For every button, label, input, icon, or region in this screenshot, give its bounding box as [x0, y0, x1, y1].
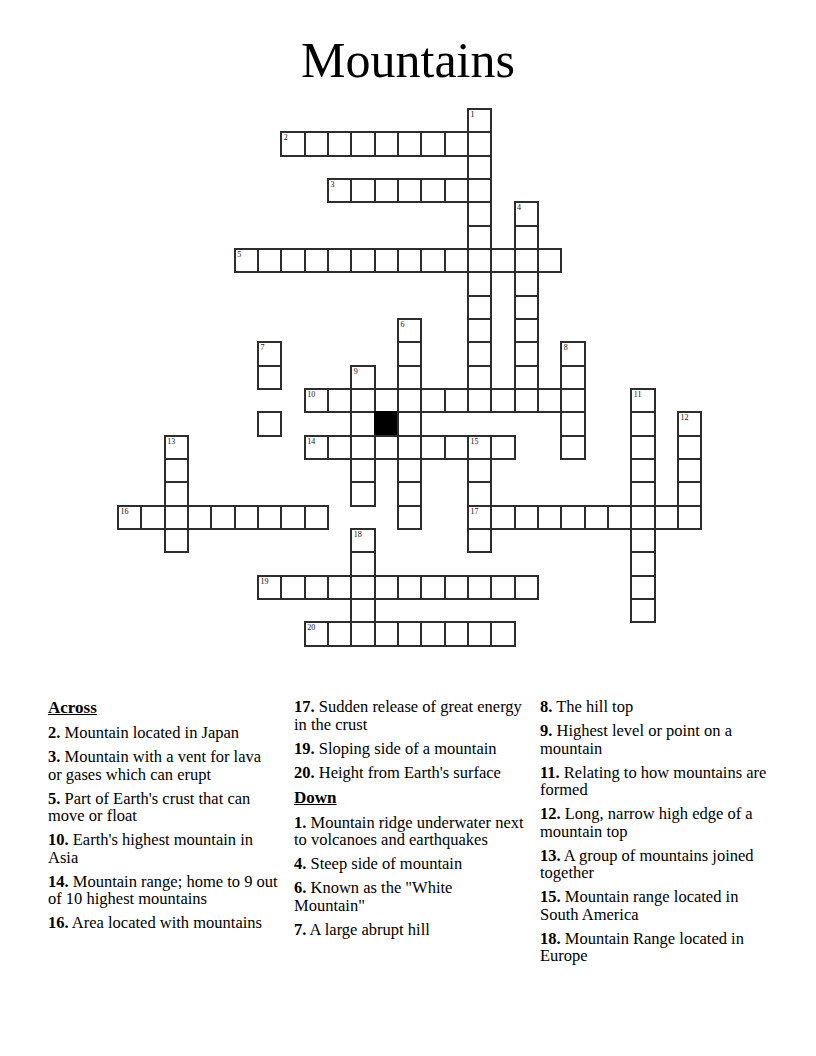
cell-number-16: 16: [121, 507, 129, 516]
grid-cell-r15c10[interactable]: [350, 458, 375, 483]
grid-cell-r7c15[interactable]: [467, 271, 492, 296]
grid-cell-r12c19[interactable]: [560, 388, 585, 413]
grid-cell-r4c15[interactable]: [467, 201, 492, 226]
grid-cell-r3c9[interactable]: 3: [327, 178, 352, 203]
cell-number-5: 5: [237, 250, 241, 259]
clue-down-11: 11. Relating to how mountains are formed: [540, 764, 770, 799]
grid-cell-r12c16[interactable]: [490, 388, 515, 413]
cell-number-9: 9: [354, 367, 358, 376]
grid-cell-r3c15[interactable]: [467, 178, 492, 203]
grid-cell-r17c16[interactable]: [490, 505, 515, 530]
grid-cell-r2c15[interactable]: [467, 155, 492, 180]
grid-cell-r13c19[interactable]: [560, 411, 585, 436]
cell-number-2: 2: [284, 133, 288, 142]
clue-down-9: 9. Highest level or point on a mountain: [540, 722, 770, 757]
grid-cell-r16c12[interactable]: [397, 481, 422, 506]
grid-cell-r22c14[interactable]: [444, 621, 469, 646]
grid-cell-r17c2[interactable]: [164, 505, 189, 530]
cell-number-10: 10: [307, 390, 315, 399]
grid-cell-r17c17[interactable]: [514, 505, 539, 530]
grid-cell-r12c15[interactable]: [467, 388, 492, 413]
grid-cell-r5c17[interactable]: [514, 225, 539, 250]
grid-cell-r20c13[interactable]: [420, 575, 445, 600]
grid-cell-r11c12[interactable]: [397, 365, 422, 390]
grid-cell-r12c9[interactable]: [327, 388, 352, 413]
clues-section: Across2. Mountain located in Japan3. Mou…: [48, 698, 770, 971]
clue-across-17: 17. Sudden release of great energy in th…: [294, 698, 524, 733]
grid-cell-r1c13[interactable]: [420, 131, 445, 156]
grid-cell-r22c11[interactable]: [374, 621, 399, 646]
clue-across-10: 10. Earth's highest mountain in Asia: [48, 831, 278, 866]
cell-number-13: 13: [167, 437, 175, 446]
grid-cell-r17c0[interactable]: 16: [117, 505, 142, 530]
grid-cell-r10c12[interactable]: [397, 341, 422, 366]
clue-down-6: 6. Known as the "White Mountain": [294, 879, 524, 914]
grid-cell-r22c16[interactable]: [490, 621, 515, 646]
grid-cell-r18c10[interactable]: 18: [350, 528, 375, 553]
grid-cell-r14c11[interactable]: [374, 435, 399, 460]
grid-cell-r8c17[interactable]: [514, 295, 539, 320]
grid-cell-r1c15[interactable]: [467, 131, 492, 156]
grid-cell-r13c10[interactable]: [350, 411, 375, 436]
grid-cell-r16c10[interactable]: [350, 481, 375, 506]
grid-cell-r9c15[interactable]: [467, 318, 492, 343]
clue-across-20: 20. Height from Earth's surface: [294, 764, 524, 782]
grid-cell-r17c3[interactable]: [187, 505, 212, 530]
clue-across-19: 19. Sloping side of a mountain: [294, 740, 524, 758]
grid-cell-r12c12[interactable]: [397, 388, 422, 413]
grid-cell-r15c24[interactable]: [677, 458, 702, 483]
grid-cell-r17c22[interactable]: [630, 505, 655, 530]
grid-cell-r6c17[interactable]: [514, 248, 539, 273]
grid-cell-r6c5[interactable]: 5: [234, 248, 259, 273]
grid-cell-r12c22[interactable]: 11: [630, 388, 655, 413]
grid-cell-r11c15[interactable]: [467, 365, 492, 390]
grid-cell-r12c17[interactable]: [514, 388, 539, 413]
grid-cell-r15c22[interactable]: [630, 458, 655, 483]
grid-cell-r14c14[interactable]: [444, 435, 469, 460]
cell-number-6: 6: [400, 320, 404, 329]
grid-cell-r14c15[interactable]: 15: [467, 435, 492, 460]
grid-cell-r16c2[interactable]: [164, 481, 189, 506]
grid-cell-r17c15[interactable]: 17: [467, 505, 492, 530]
cell-number-20: 20: [307, 623, 315, 632]
clue-column: 17. Sudden release of great energy in th…: [294, 698, 524, 971]
grid-cell-r20c15[interactable]: [467, 575, 492, 600]
grid-cell-r13c24[interactable]: 12: [677, 411, 702, 436]
grid-cell-r21c22[interactable]: [630, 598, 655, 623]
grid-cell-r20c22[interactable]: [630, 575, 655, 600]
clue-across-2: 2. Mountain located in Japan: [48, 724, 278, 742]
grid-cell-r20c6[interactable]: 19: [257, 575, 282, 600]
grid-cell-r6c10[interactable]: [350, 248, 375, 273]
grid-cell-r1c10[interactable]: [350, 131, 375, 156]
grid-cell-r22c15[interactable]: [467, 621, 492, 646]
clue-across-5: 5. Part of Earth's crust that can move o…: [48, 790, 278, 825]
cell-number-12: 12: [680, 413, 688, 422]
clue-across-14: 14. Mountain range; home to 9 out of 10 …: [48, 873, 278, 908]
grid-cell-r7c17[interactable]: [514, 271, 539, 296]
clue-down-8: 8. The hill top: [540, 698, 770, 716]
crossword-grid: 1234567891011121314151617181920: [117, 108, 702, 647]
clue-down-13: 13. A group of mountains joined together: [540, 847, 770, 882]
page: Mountains 123456789101112131415161718192…: [0, 0, 816, 1056]
grid-cell-r19c10[interactable]: [350, 551, 375, 576]
grid-cell-r22c13[interactable]: [420, 621, 445, 646]
grid-cell-r1c8[interactable]: [304, 131, 329, 156]
grid-cell-r11c10[interactable]: 9: [350, 365, 375, 390]
cell-number-18: 18: [354, 530, 362, 539]
grid-cell-r10c15[interactable]: [467, 341, 492, 366]
cell-number-14: 14: [307, 437, 315, 446]
puzzle-title: Mountains: [0, 33, 816, 87]
down-header: Down: [294, 788, 524, 807]
cell-number-17: 17: [470, 507, 478, 516]
grid-cell-r14c8[interactable]: 14: [304, 435, 329, 460]
grid-cell-r15c2[interactable]: [164, 458, 189, 483]
grid-cell-r17c5[interactable]: [234, 505, 259, 530]
grid-cell-r1c7[interactable]: 2: [280, 131, 305, 156]
grid-cell-r0c15[interactable]: 1: [467, 108, 492, 133]
grid-cell-r1c12[interactable]: [397, 131, 422, 156]
grid-cell-r5c15[interactable]: [467, 225, 492, 250]
grid-cell-r21c10[interactable]: [350, 598, 375, 623]
clue-across-16: 16. Area located with mountains: [48, 914, 278, 932]
grid-cell-r12c18[interactable]: [537, 388, 562, 413]
grid-cell-r14c19[interactable]: [560, 435, 585, 460]
grid-cell-r6c6[interactable]: [257, 248, 282, 273]
grid-cell-r3c10[interactable]: [350, 178, 375, 203]
grid-cell-r18c15[interactable]: [467, 528, 492, 553]
cell-number-8: 8: [564, 343, 568, 352]
grid-cell-r14c22[interactable]: [630, 435, 655, 460]
grid-cell-r20c14[interactable]: [444, 575, 469, 600]
grid-cell-r14c24[interactable]: [677, 435, 702, 460]
grid-cell-r14c16[interactable]: [490, 435, 515, 460]
clue-column: 8. The hill top9. Highest level or point…: [540, 698, 770, 971]
across-header: Across: [48, 698, 278, 717]
clue-down-18: 18. Mountain Range located in Europe: [540, 930, 770, 965]
grid-cell-r17c4[interactable]: [210, 505, 235, 530]
grid-cell-r20c10[interactable]: [350, 575, 375, 600]
grid-cell-r11c6[interactable]: [257, 365, 282, 390]
grid-cell-r20c17[interactable]: [514, 575, 539, 600]
grid-cell-r10c19[interactable]: 8: [560, 341, 585, 366]
cell-number-7: 7: [260, 343, 264, 352]
grid-cell-r6c16[interactable]: [490, 248, 515, 273]
grid-cell-r12c13[interactable]: [420, 388, 445, 413]
grid-cell-r1c9[interactable]: [327, 131, 352, 156]
grid-cell-r14c10[interactable]: [350, 435, 375, 460]
grid-cell-r11c17[interactable]: [514, 365, 539, 390]
clue-down-15: 15. Mountain range located in South Amer…: [540, 888, 770, 923]
grid-cell-r17c12[interactable]: [397, 505, 422, 530]
grid-cell-r12c14[interactable]: [444, 388, 469, 413]
grid-cell-r6c12[interactable]: [397, 248, 422, 273]
grid-cell-r18c2[interactable]: [164, 528, 189, 553]
grid-cell-r12c11[interactable]: [374, 388, 399, 413]
grid-cell-r17c6[interactable]: [257, 505, 282, 530]
grid-cell-r17c8[interactable]: [304, 505, 329, 530]
grid-cell-r22c9[interactable]: [327, 621, 352, 646]
grid-cell-r14c2[interactable]: 13: [164, 435, 189, 460]
clue-down-12: 12. Long, narrow high edge of a mountain…: [540, 805, 770, 840]
grid-cell-r22c8[interactable]: 20: [304, 621, 329, 646]
grid-cell-r17c1[interactable]: [140, 505, 165, 530]
clue-down-7: 7. A large abrupt hill: [294, 921, 524, 939]
grid-cell-r3c11[interactable]: [374, 178, 399, 203]
grid-cell-r17c19[interactable]: [560, 505, 585, 530]
grid-cell-r17c7[interactable]: [280, 505, 305, 530]
grid-cell-r20c11[interactable]: [374, 575, 399, 600]
clue-column: Across2. Mountain located in Japan3. Mou…: [48, 698, 278, 971]
grid-cell-r16c15[interactable]: [467, 481, 492, 506]
cell-number-1: 1: [470, 110, 474, 119]
grid-cell-r3c14[interactable]: [444, 178, 469, 203]
grid-cell-r9c12[interactable]: 6: [397, 318, 422, 343]
grid-cell-r12c10[interactable]: [350, 388, 375, 413]
grid-cell-r12c8[interactable]: 10: [304, 388, 329, 413]
grid-cell-r20c7[interactable]: [280, 575, 305, 600]
grid-cell-r6c9[interactable]: [327, 248, 352, 273]
grid-cell-r6c11[interactable]: [374, 248, 399, 273]
grid-cell-r8c15[interactable]: [467, 295, 492, 320]
grid-cell-r6c7[interactable]: [280, 248, 305, 273]
cell-number-19: 19: [260, 577, 268, 586]
grid-cell-r6c18[interactable]: [537, 248, 562, 273]
grid-cell-r6c8[interactable]: [304, 248, 329, 273]
grid-cell-r16c22[interactable]: [630, 481, 655, 506]
grid-cell-r4c17[interactable]: 4: [514, 201, 539, 226]
grid-cell-r6c15[interactable]: [467, 248, 492, 273]
grid-cell-r15c15[interactable]: [467, 458, 492, 483]
cell-number-3: 3: [330, 180, 334, 189]
grid-cell-r22c10[interactable]: [350, 621, 375, 646]
grid-cell-r14c9[interactable]: [327, 435, 352, 460]
grid-cell-r6c13[interactable]: [420, 248, 445, 273]
grid-cell-r16c24[interactable]: [677, 481, 702, 506]
grid-cell-r17c18[interactable]: [537, 505, 562, 530]
grid-cell-r11c19[interactable]: [560, 365, 585, 390]
grid-cell-r10c6[interactable]: 7: [257, 341, 282, 366]
black-cell: [374, 411, 399, 436]
grid-cell-r1c11[interactable]: [374, 131, 399, 156]
grid-cell-r15c12[interactable]: [397, 458, 422, 483]
grid-cell-r6c14[interactable]: [444, 248, 469, 273]
grid-cell-r13c22[interactable]: [630, 411, 655, 436]
grid-cell-r20c16[interactable]: [490, 575, 515, 600]
grid-cell-r17c20[interactable]: [584, 505, 609, 530]
grid-cell-r14c12[interactable]: [397, 435, 422, 460]
grid-cell-r20c9[interactable]: [327, 575, 352, 600]
grid-cell-r20c12[interactable]: [397, 575, 422, 600]
clue-across-3: 3. Mountain with a vent for lava or gase…: [48, 748, 278, 783]
grid-cell-r19c22[interactable]: [630, 551, 655, 576]
grid-cell-r3c13[interactable]: [420, 178, 445, 203]
cell-number-11: 11: [634, 390, 642, 399]
grid-cell-r10c17[interactable]: [514, 341, 539, 366]
grid-cell-r17c21[interactable]: [607, 505, 632, 530]
cell-number-4: 4: [517, 203, 521, 212]
clue-down-1: 1. Mountain ridge underwater next to vol…: [294, 814, 524, 849]
grid-cell-r1c14[interactable]: [444, 131, 469, 156]
grid-cell-r3c12[interactable]: [397, 178, 422, 203]
grid-cell-r20c8[interactable]: [304, 575, 329, 600]
grid-cell-r13c6[interactable]: [257, 411, 282, 436]
grid-cell-r17c24[interactable]: [677, 505, 702, 530]
clue-down-4: 4. Steep side of mountain: [294, 855, 524, 873]
grid-cell-r14c13[interactable]: [420, 435, 445, 460]
grid-cell-r17c23[interactable]: [654, 505, 679, 530]
grid-cell-r13c12[interactable]: [397, 411, 422, 436]
grid-cell-r22c12[interactable]: [397, 621, 422, 646]
grid-cell-r9c17[interactable]: [514, 318, 539, 343]
cell-number-15: 15: [470, 437, 478, 446]
grid-cell-r18c22[interactable]: [630, 528, 655, 553]
